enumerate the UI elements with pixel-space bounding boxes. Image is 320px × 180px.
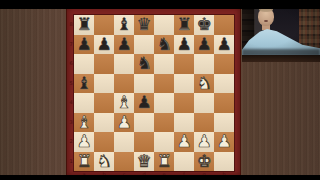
square-g3	[194, 113, 214, 133]
square-d5	[134, 74, 154, 94]
square-f7: ♟	[174, 35, 194, 55]
square-a7: ♟	[74, 35, 94, 55]
square-h1	[214, 152, 234, 172]
square-c7: ♟	[114, 35, 134, 55]
black-pawn-g7: ♟	[196, 34, 211, 54]
white-bishop-a3: ♝	[76, 112, 91, 132]
white-pawn-a2: ♟	[76, 132, 91, 152]
square-d8: ♛	[134, 15, 154, 35]
black-pawn-c7: ♟	[116, 34, 131, 54]
square-f4	[174, 93, 194, 113]
white-pawn-h2: ♟	[216, 132, 231, 152]
square-c3: ♟	[114, 113, 134, 133]
black-pawn-h7: ♟	[216, 34, 231, 54]
black-rook-f8: ♜	[176, 15, 191, 35]
square-c6	[114, 54, 134, 74]
square-e5	[154, 74, 174, 94]
white-queen-d1: ♛	[136, 151, 151, 171]
square-d3	[134, 113, 154, 133]
square-a3: ♝	[74, 113, 94, 133]
white-rook-e1: ♜	[156, 151, 171, 171]
square-f6	[174, 54, 194, 74]
square-b6	[94, 54, 114, 74]
square-h8	[214, 15, 234, 35]
square-f5	[174, 74, 194, 94]
square-h5	[214, 74, 234, 94]
letterbox-top	[0, 0, 320, 9]
square-a5: ♝	[74, 74, 94, 94]
square-c8: ♝	[114, 15, 134, 35]
white-king-g1: ♚	[196, 151, 211, 171]
square-h2: ♟	[214, 132, 234, 152]
black-rook-a8: ♜	[76, 15, 91, 35]
square-a8: ♜	[74, 15, 94, 35]
square-b3	[94, 113, 114, 133]
square-a6	[74, 54, 94, 74]
square-b1: ♞	[94, 152, 114, 172]
square-h4	[214, 93, 234, 113]
square-g6	[194, 54, 214, 74]
video-frame: 87654321 abcdefgh ♜♝♛♜♚♟♟♟♞♟♟♟♞♝♞♝♟♝♟♟♟♟…	[0, 0, 320, 180]
chess-board-frame: 87654321 abcdefgh ♜♝♛♜♚♟♟♟♞♟♟♟♞♝♞♝♟♝♟♟♟♟…	[66, 6, 241, 176]
black-pawn-a7: ♟	[76, 34, 91, 54]
square-b8	[94, 15, 114, 35]
square-a1: ♜	[74, 152, 94, 172]
square-b4	[94, 93, 114, 113]
square-e6	[154, 54, 174, 74]
black-pawn-d4: ♟	[136, 93, 151, 113]
square-d4: ♟	[134, 93, 154, 113]
black-king-g8: ♚	[196, 15, 211, 35]
square-c5	[114, 74, 134, 94]
square-d6: ♞	[134, 54, 154, 74]
black-knight-d6: ♞	[136, 54, 151, 74]
square-f1	[174, 152, 194, 172]
letterbox-bottom	[0, 175, 320, 180]
white-knight-b1: ♞	[96, 151, 111, 171]
square-e1: ♜	[154, 152, 174, 172]
square-a4	[74, 93, 94, 113]
square-c2	[114, 132, 134, 152]
square-g8: ♚	[194, 15, 214, 35]
square-g1: ♚	[194, 152, 214, 172]
square-d7	[134, 35, 154, 55]
black-pawn-f7: ♟	[176, 34, 191, 54]
square-h6	[214, 54, 234, 74]
square-e3	[154, 113, 174, 133]
square-g5: ♞	[194, 74, 214, 94]
white-knight-g5: ♞	[196, 73, 211, 93]
square-f3	[174, 113, 194, 133]
white-pawn-c3: ♟	[116, 112, 131, 132]
square-a2: ♟	[74, 132, 94, 152]
square-h7: ♟	[214, 35, 234, 55]
square-c1	[114, 152, 134, 172]
square-g2: ♟	[194, 132, 214, 152]
square-h3	[214, 113, 234, 133]
square-c4: ♝	[114, 93, 134, 113]
square-e4	[154, 93, 174, 113]
black-pawn-b7: ♟	[96, 34, 111, 54]
white-pawn-g2: ♟	[196, 132, 211, 152]
square-f8: ♜	[174, 15, 194, 35]
square-e2	[154, 132, 174, 152]
square-b5	[94, 74, 114, 94]
black-bishop-a5: ♝	[76, 73, 91, 93]
square-b7: ♟	[94, 35, 114, 55]
white-bishop-c4: ♝	[116, 93, 131, 113]
square-g7: ♟	[194, 35, 214, 55]
square-d1: ♛	[134, 152, 154, 172]
square-d2	[134, 132, 154, 152]
square-g4	[194, 93, 214, 113]
square-b2	[94, 132, 114, 152]
webcam	[242, 3, 320, 62]
white-pawn-f2: ♟	[176, 132, 191, 152]
white-rook-a1: ♜	[76, 151, 91, 171]
square-e8	[154, 15, 174, 35]
black-knight-e7: ♞	[156, 34, 171, 54]
black-queen-d8: ♛	[136, 15, 151, 35]
black-bishop-c8: ♝	[116, 15, 131, 35]
square-f2: ♟	[174, 132, 194, 152]
square-e7: ♞	[154, 35, 174, 55]
chess-board: ♜♝♛♜♚♟♟♟♞♟♟♟♞♝♞♝♟♝♟♟♟♟♟♜♞♛♜♚	[74, 15, 234, 171]
webcam-vignette	[242, 3, 320, 62]
